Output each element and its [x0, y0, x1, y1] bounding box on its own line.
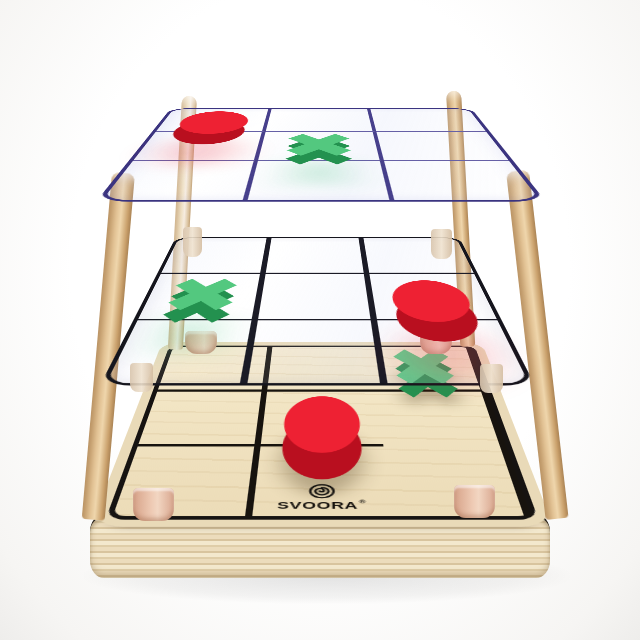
wooden-base: [90, 514, 550, 578]
cell-bottom-r1c1: ●: [261, 392, 384, 447]
brand-name-row: SVOORA ®: [277, 499, 368, 510]
post-sleeve-middle-front-left: [130, 363, 153, 392]
cell-top-r2c2: [384, 161, 540, 200]
cell-middle-r2c2: [377, 320, 528, 383]
registered-mark: ®: [359, 499, 367, 504]
cell-middle-r1c0: ✖: [138, 274, 266, 321]
cell-middle-r2c0: [106, 320, 257, 383]
o-piece-top-level: ●: [167, 106, 258, 135]
cell-middle-r2c1: [247, 320, 388, 383]
x-piece-top-level: ✖: [276, 130, 361, 163]
cell-middle-r1c1: [258, 274, 378, 321]
product-photo-3d-tic-tac-toe: SVOORA ® ✖● ✖● ●✖: [0, 0, 640, 640]
post-collar-front-left: [133, 488, 174, 521]
cell-bottom-r1c0: [138, 392, 267, 447]
brand-logo: SVOORA ®: [277, 484, 368, 511]
spiral-logo-icon: [308, 484, 336, 499]
o-piece-bottom-level: ●: [276, 383, 368, 455]
cell-middle-r1c2: ●: [370, 274, 498, 321]
brand-name: SVOORA: [277, 499, 359, 510]
cell-top-r0c2: [370, 109, 486, 132]
post-sleeve-middle-back-right: [431, 229, 452, 259]
cell-top-r1c2: [376, 132, 509, 161]
post-sleeve-middle-back-left: [183, 227, 202, 257]
board-top-level: ●✖: [96, 108, 546, 201]
x-piece-middle-level: ✖: [152, 273, 247, 321]
cell-top-r1c1: ✖: [258, 132, 384, 161]
cell-top-r0c0: ●: [156, 109, 272, 132]
cell-top-r2c0: [102, 161, 258, 200]
board-middle-level: ✖●: [100, 237, 535, 386]
cell-top-r2c1: [248, 161, 394, 200]
post-sleeve-middle-front-right: [480, 364, 503, 393]
cell-middle-r0c1: [265, 238, 369, 274]
post-collar-front-right: [454, 485, 495, 518]
cell-bottom-r1c2: [377, 392, 506, 447]
o-piece-middle-level: ●: [381, 270, 485, 323]
